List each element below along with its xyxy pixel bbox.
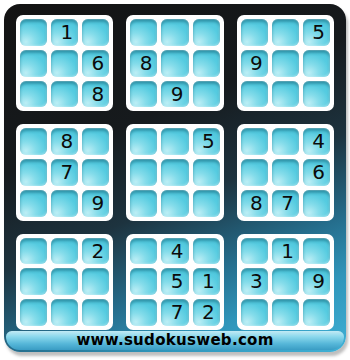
block-r2c0: 2 [16,234,113,330]
cell-r8c6[interactable]: 1 [193,268,220,295]
cell-r7c9[interactable] [303,238,330,265]
cell-r8c2[interactable] [51,268,78,295]
cell-r3c9[interactable] [303,81,330,108]
cell-r7c2[interactable] [51,238,78,265]
cell-r1c5[interactable] [161,19,188,46]
cell-r5c6[interactable] [193,159,220,186]
cell-r1c9[interactable]: 5 [303,19,330,46]
cell-r4c5[interactable] [161,128,188,155]
cell-r2c2[interactable] [51,50,78,77]
cell-r5c4[interactable] [130,159,157,186]
cell-r8c1[interactable] [20,268,47,295]
cell-r1c3[interactable] [82,19,109,46]
cell-r9c7[interactable] [241,299,268,326]
cell-r7c8[interactable]: 1 [272,238,299,265]
cell-r3c1[interactable] [20,81,47,108]
block-r1c1: 5 [126,124,223,220]
cell-r9c3[interactable] [82,299,109,326]
block-r0c2: 59 [237,15,334,111]
cell-r4c6[interactable]: 5 [193,128,220,155]
cell-r4c7[interactable] [241,128,268,155]
cell-r2c4[interactable]: 8 [130,50,157,77]
cell-r6c3[interactable]: 9 [82,190,109,217]
cell-r2c8[interactable] [272,50,299,77]
cell-r5c8[interactable] [272,159,299,186]
cell-r3c6[interactable] [193,81,220,108]
cell-r7c7[interactable] [241,238,268,265]
cell-r6c8[interactable]: 7 [272,190,299,217]
cell-r8c4[interactable] [130,268,157,295]
cell-r9c6[interactable]: 2 [193,299,220,326]
cell-r9c2[interactable] [51,299,78,326]
cell-r4c4[interactable] [130,128,157,155]
cell-r9c5[interactable]: 7 [161,299,188,326]
cell-r2c3[interactable]: 6 [82,50,109,77]
cell-r9c8[interactable] [272,299,299,326]
cell-r5c3[interactable] [82,159,109,186]
cell-r6c1[interactable] [20,190,47,217]
cell-r8c7[interactable]: 3 [241,268,268,295]
cell-r4c8[interactable] [272,128,299,155]
cell-r6c6[interactable] [193,190,220,217]
cell-r9c9[interactable] [303,299,330,326]
cell-r3c7[interactable] [241,81,268,108]
cell-r1c2[interactable]: 1 [51,19,78,46]
cell-r6c4[interactable] [130,190,157,217]
block-r2c2: 139 [237,234,334,330]
sudoku-frame: 168895987954687245172139 www.sudokusweb.… [4,4,346,352]
cell-r9c4[interactable] [130,299,157,326]
cell-r7c1[interactable] [20,238,47,265]
cell-r2c9[interactable] [303,50,330,77]
cell-r1c4[interactable] [130,19,157,46]
cell-r6c5[interactable] [161,190,188,217]
cell-r4c2[interactable]: 8 [51,128,78,155]
cell-r1c7[interactable] [241,19,268,46]
cell-r5c5[interactable] [161,159,188,186]
cell-r8c5[interactable]: 5 [161,268,188,295]
site-url: www.sudokusweb.com [76,331,273,350]
block-r0c1: 89 [126,15,223,111]
cell-r2c6[interactable] [193,50,220,77]
cell-r5c1[interactable] [20,159,47,186]
cell-r5c2[interactable]: 7 [51,159,78,186]
block-r1c2: 4687 [237,124,334,220]
cell-r6c2[interactable] [51,190,78,217]
block-r2c1: 45172 [126,234,223,330]
cell-r8c8[interactable] [272,268,299,295]
cell-r2c1[interactable] [20,50,47,77]
block-r1c0: 879 [16,124,113,220]
cell-r8c3[interactable] [82,268,109,295]
cell-r3c5[interactable]: 9 [161,81,188,108]
cell-r5c7[interactable] [241,159,268,186]
block-r0c0: 168 [16,15,113,111]
footer-band: www.sudokusweb.com [6,331,344,350]
cell-r1c1[interactable] [20,19,47,46]
cell-r7c4[interactable] [130,238,157,265]
cell-r7c3[interactable]: 2 [82,238,109,265]
cell-r2c5[interactable] [161,50,188,77]
sudoku-board: 168895987954687245172139 [16,15,334,330]
cell-r2c7[interactable]: 9 [241,50,268,77]
cell-r7c6[interactable] [193,238,220,265]
cell-r3c8[interactable] [272,81,299,108]
cell-r9c1[interactable] [20,299,47,326]
cell-r3c4[interactable] [130,81,157,108]
cell-r1c6[interactable] [193,19,220,46]
cell-r1c8[interactable] [272,19,299,46]
cell-r6c7[interactable]: 8 [241,190,268,217]
cell-r6c9[interactable] [303,190,330,217]
cell-r8c9[interactable]: 9 [303,268,330,295]
cell-r4c9[interactable]: 4 [303,128,330,155]
cell-r4c1[interactable] [20,128,47,155]
cell-r4c3[interactable] [82,128,109,155]
cell-r3c3[interactable]: 8 [82,81,109,108]
cell-r3c2[interactable] [51,81,78,108]
cell-r7c5[interactable]: 4 [161,238,188,265]
cell-r5c9[interactable]: 6 [303,159,330,186]
